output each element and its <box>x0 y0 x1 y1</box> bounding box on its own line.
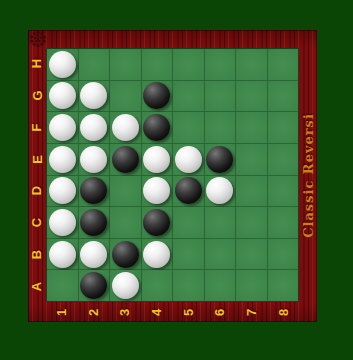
cell-D5[interactable] <box>173 176 204 207</box>
cell-C6[interactable] <box>205 207 236 238</box>
white-disc <box>49 177 76 204</box>
cell-E5[interactable] <box>173 144 204 175</box>
row-label-E-text: E <box>30 155 43 164</box>
cell-G8[interactable] <box>268 81 299 112</box>
white-disc <box>143 177 170 204</box>
row-labels: HGFEDCBA <box>28 48 46 302</box>
cell-E4[interactable] <box>142 144 173 175</box>
side-title: Classic Reversi <box>299 48 317 302</box>
white-disc <box>80 241 107 268</box>
cell-A3[interactable] <box>110 270 141 301</box>
cell-B8[interactable] <box>268 239 299 270</box>
cell-H4[interactable] <box>142 49 173 80</box>
white-disc <box>49 114 76 141</box>
col-label-6: 6 <box>204 302 236 322</box>
cell-E3[interactable] <box>110 144 141 175</box>
cell-C1[interactable] <box>47 207 78 238</box>
cell-A1[interactable] <box>47 270 78 301</box>
cell-H6[interactable] <box>205 49 236 80</box>
cell-E8[interactable] <box>268 144 299 175</box>
row-label-D: D <box>28 175 46 207</box>
black-disc <box>206 146 233 173</box>
col-label-6-text: 6 <box>213 308 226 315</box>
cell-B4[interactable] <box>142 239 173 270</box>
cell-D8[interactable] <box>268 176 299 207</box>
col-label-2-text: 2 <box>87 308 100 315</box>
board <box>46 48 299 302</box>
cell-G1[interactable] <box>47 81 78 112</box>
row-label-B-text: B <box>30 250 43 259</box>
cell-G2[interactable] <box>79 81 110 112</box>
black-disc <box>80 209 107 236</box>
col-label-4-text: 4 <box>150 308 163 315</box>
cell-D2[interactable] <box>79 176 110 207</box>
white-disc <box>49 51 76 78</box>
white-disc <box>112 114 139 141</box>
cell-D6[interactable] <box>205 176 236 207</box>
col-label-5: 5 <box>173 302 205 322</box>
cell-D1[interactable] <box>47 176 78 207</box>
cell-C5[interactable] <box>173 207 204 238</box>
col-label-7: 7 <box>236 302 268 322</box>
cell-B7[interactable] <box>236 239 267 270</box>
cell-F1[interactable] <box>47 112 78 143</box>
row-label-D-text: D <box>30 186 43 195</box>
cell-H2[interactable] <box>79 49 110 80</box>
white-disc <box>112 272 139 299</box>
row-label-G-text: G <box>31 91 44 101</box>
cell-F2[interactable] <box>79 112 110 143</box>
cell-E2[interactable] <box>79 144 110 175</box>
cell-H3[interactable] <box>110 49 141 80</box>
game-title: Classic Reversi <box>301 113 316 238</box>
cell-C3[interactable] <box>110 207 141 238</box>
white-disc <box>49 82 76 109</box>
row-label-C-text: C <box>30 218 43 227</box>
white-disc <box>143 241 170 268</box>
black-disc <box>80 272 107 299</box>
col-label-2: 2 <box>78 302 110 322</box>
cell-B2[interactable] <box>79 239 110 270</box>
cell-F3[interactable] <box>110 112 141 143</box>
row-label-G: G <box>28 80 46 112</box>
cell-A5[interactable] <box>173 270 204 301</box>
col-label-8-text: 8 <box>277 308 290 315</box>
cell-B1[interactable] <box>47 239 78 270</box>
cell-G7[interactable] <box>236 81 267 112</box>
cell-A8[interactable] <box>268 270 299 301</box>
black-disc <box>80 177 107 204</box>
col-label-3: 3 <box>109 302 141 322</box>
col-label-3-text: 3 <box>119 308 132 315</box>
white-disc <box>49 209 76 236</box>
cell-F7[interactable] <box>236 112 267 143</box>
col-labels: 12345678 <box>46 302 299 322</box>
col-label-1-text: 1 <box>55 308 68 315</box>
cell-D4[interactable] <box>142 176 173 207</box>
gear-icon[interactable] <box>29 30 47 48</box>
white-disc <box>175 146 202 173</box>
white-disc <box>80 146 107 173</box>
row-label-F-text: F <box>30 123 43 131</box>
row-label-B: B <box>28 239 46 271</box>
cell-B5[interactable] <box>173 239 204 270</box>
row-label-A-text: A <box>30 281 43 290</box>
cell-F8[interactable] <box>268 112 299 143</box>
cell-H7[interactable] <box>236 49 267 80</box>
cell-C8[interactable] <box>268 207 299 238</box>
cell-H5[interactable] <box>173 49 204 80</box>
cell-G4[interactable] <box>142 81 173 112</box>
cell-D7[interactable] <box>236 176 267 207</box>
col-label-5-text: 5 <box>182 308 195 315</box>
row-label-F: F <box>28 112 46 144</box>
black-disc <box>143 82 170 109</box>
black-disc <box>112 241 139 268</box>
black-disc <box>112 146 139 173</box>
cell-H8[interactable] <box>268 49 299 80</box>
col-label-7-text: 7 <box>245 308 258 315</box>
cell-C7[interactable] <box>236 207 267 238</box>
cell-G6[interactable] <box>205 81 236 112</box>
cell-A6[interactable] <box>205 270 236 301</box>
white-disc <box>49 146 76 173</box>
black-disc <box>143 209 170 236</box>
cell-D3[interactable] <box>110 176 141 207</box>
cell-F4[interactable] <box>142 112 173 143</box>
cell-C4[interactable] <box>142 207 173 238</box>
cell-B3[interactable] <box>110 239 141 270</box>
white-disc <box>80 114 107 141</box>
row-label-H: H <box>28 48 46 80</box>
cell-G3[interactable] <box>110 81 141 112</box>
cell-A2[interactable] <box>79 270 110 301</box>
cell-E6[interactable] <box>205 144 236 175</box>
col-label-8: 8 <box>267 302 299 322</box>
row-label-A: A <box>28 270 46 302</box>
col-label-1: 1 <box>46 302 78 322</box>
cell-C2[interactable] <box>79 207 110 238</box>
white-disc <box>143 146 170 173</box>
col-label-4: 4 <box>141 302 173 322</box>
black-disc <box>175 177 202 204</box>
row-label-C: C <box>28 207 46 239</box>
white-disc <box>49 241 76 268</box>
cell-A4[interactable] <box>142 270 173 301</box>
cell-E7[interactable] <box>236 144 267 175</box>
row-label-E: E <box>28 143 46 175</box>
cell-F5[interactable] <box>173 112 204 143</box>
cell-E1[interactable] <box>47 144 78 175</box>
white-disc <box>80 82 107 109</box>
cell-G5[interactable] <box>173 81 204 112</box>
white-disc <box>206 177 233 204</box>
cell-F6[interactable] <box>205 112 236 143</box>
black-disc <box>143 114 170 141</box>
cell-H1[interactable] <box>47 49 78 80</box>
row-label-H-text: H <box>30 59 43 68</box>
cell-B6[interactable] <box>205 239 236 270</box>
cell-A7[interactable] <box>236 270 267 301</box>
